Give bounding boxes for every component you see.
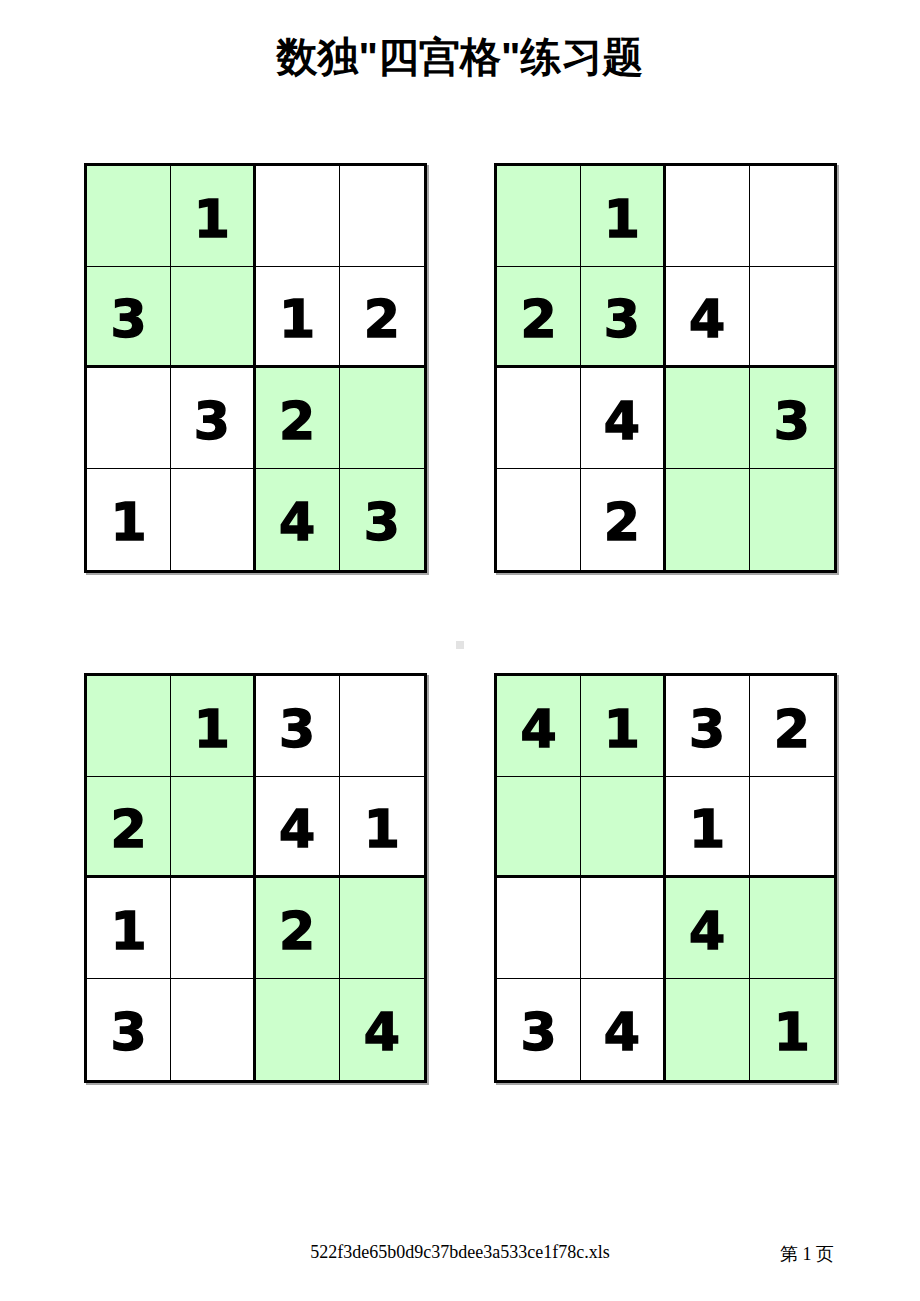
puzzle-3-cell-r3c2 (171, 878, 255, 979)
puzzle-1-cell-r4c4: 3 (340, 469, 424, 570)
puzzle-4-cell-r2c2 (581, 777, 665, 878)
puzzle-1-cell-r4c1: 1 (87, 469, 171, 570)
footer-page-number: 第 1 页 (780, 1242, 834, 1266)
puzzle-3-cell-r1c2: 1 (171, 676, 255, 777)
puzzle-3-cell-r2c1: 2 (87, 777, 171, 878)
puzzle-3-cell-r1c1 (87, 676, 171, 777)
puzzle-4-cell-r1c2: 1 (581, 676, 665, 777)
puzzle-2-cell-r3c2: 4 (581, 368, 665, 469)
puzzle-3-cell-r2c3: 4 (256, 777, 340, 878)
puzzle-4-board: 413214341 (494, 673, 837, 1083)
puzzle-2-cell-r4c3 (666, 469, 750, 570)
puzzle-1-cell-r3c2: 3 (171, 368, 255, 469)
puzzle-2-board: 1234432 (494, 163, 837, 573)
puzzle-1-cell-r1c2: 1 (171, 166, 255, 267)
puzzle-2-cell-r2c2: 3 (581, 267, 665, 368)
puzzle-2-cell-r2c4 (750, 267, 834, 368)
puzzle-2-cell-r2c1: 2 (497, 267, 581, 368)
puzzle-4-cell-r3c4 (750, 878, 834, 979)
puzzle-3-cell-r1c4 (340, 676, 424, 777)
puzzle-3-cell-r4c3 (256, 979, 340, 1080)
puzzle-2-cell-r3c1 (497, 368, 581, 469)
puzzle-1-cell-r2c3: 1 (256, 267, 340, 368)
puzzle-3-cell-r3c4 (340, 878, 424, 979)
puzzle-4-cell-r4c1: 3 (497, 979, 581, 1080)
puzzle-1-board: 131232143 (84, 163, 427, 573)
center-marker (456, 641, 464, 649)
puzzle-2-cell-r3c3 (666, 368, 750, 469)
puzzle-1-cell-r2c2 (171, 267, 255, 368)
puzzle-3-cell-r2c4: 1 (340, 777, 424, 878)
puzzle-3-cell-r2c2 (171, 777, 255, 878)
puzzle-4-cell-r2c3: 1 (666, 777, 750, 878)
puzzle-3-cell-r3c1: 1 (87, 878, 171, 979)
puzzle-2-cell-r2c3: 4 (666, 267, 750, 368)
puzzle-1-cell-r1c1 (87, 166, 171, 267)
puzzle-4-cell-r4c2: 4 (581, 979, 665, 1080)
puzzle-1-cell-r4c3: 4 (256, 469, 340, 570)
puzzle-1-cell-r2c1: 3 (87, 267, 171, 368)
puzzle-2-cell-r4c2: 2 (581, 469, 665, 570)
puzzle-1-cell-r3c1 (87, 368, 171, 469)
puzzle-4-cell-r3c1 (497, 878, 581, 979)
puzzle-4-cell-r1c4: 2 (750, 676, 834, 777)
puzzle-4-cell-r4c4: 1 (750, 979, 834, 1080)
puzzle-4-cell-r3c2 (581, 878, 665, 979)
puzzle-1-cell-r3c3: 2 (256, 368, 340, 469)
page-title: 数独"四宫格"练习题 (0, 30, 920, 85)
puzzle-4-cell-r2c1 (497, 777, 581, 878)
puzzle-2-cell-r4c1 (497, 469, 581, 570)
puzzle-4-cell-r1c1: 4 (497, 676, 581, 777)
puzzle-3-cell-r3c3: 2 (256, 878, 340, 979)
puzzle-2-cell-r1c2: 1 (581, 166, 665, 267)
puzzle-1-cell-r1c4 (340, 166, 424, 267)
puzzle-3-board: 132411234 (84, 673, 427, 1083)
puzzle-3-cell-r4c2 (171, 979, 255, 1080)
puzzle-2-cell-r1c1 (497, 166, 581, 267)
puzzle-4-cell-r2c4 (750, 777, 834, 878)
puzzle-1-cell-r2c4: 2 (340, 267, 424, 368)
puzzle-4-cell-r3c3: 4 (666, 878, 750, 979)
puzzle-1-cell-r3c4 (340, 368, 424, 469)
puzzle-4-cell-r4c3 (666, 979, 750, 1080)
puzzle-3-cell-r4c4: 4 (340, 979, 424, 1080)
puzzle-4-cell-r1c3: 3 (666, 676, 750, 777)
puzzle-1-cell-r1c3 (256, 166, 340, 267)
puzzle-3-cell-r4c1: 3 (87, 979, 171, 1080)
puzzle-1-cell-r4c2 (171, 469, 255, 570)
puzzle-2-cell-r1c3 (666, 166, 750, 267)
puzzle-2-cell-r4c4 (750, 469, 834, 570)
puzzle-2-cell-r1c4 (750, 166, 834, 267)
puzzle-2-cell-r3c4: 3 (750, 368, 834, 469)
puzzle-3-cell-r1c3: 3 (256, 676, 340, 777)
